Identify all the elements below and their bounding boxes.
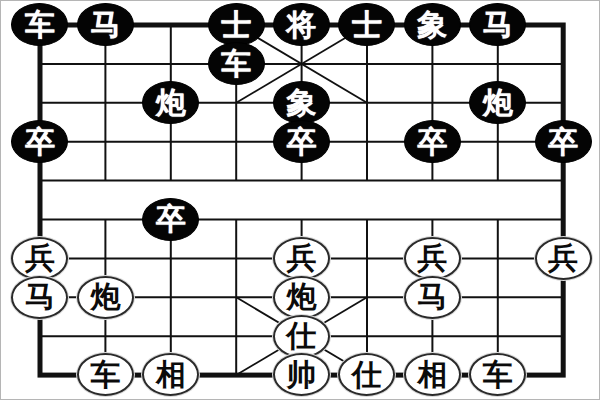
- piece-black-advisor[interactable]: 士: [208, 3, 265, 46]
- piece-red-chariot[interactable]: 车: [469, 353, 526, 396]
- piece-red-cannon[interactable]: 炮: [77, 276, 134, 319]
- piece-black-horse[interactable]: 马: [469, 3, 526, 46]
- piece-red-advisor[interactable]: 仕: [273, 315, 330, 358]
- piece-red-advisor[interactable]: 仕: [338, 353, 395, 396]
- piece-red-general[interactable]: 帅: [273, 353, 330, 396]
- piece-black-soldier[interactable]: 卒: [273, 120, 330, 163]
- piece-black-soldier[interactable]: 卒: [404, 120, 461, 163]
- piece-black-soldier[interactable]: 卒: [11, 120, 68, 163]
- piece-red-soldier[interactable]: 兵: [404, 237, 461, 280]
- piece-red-horse[interactable]: 马: [404, 276, 461, 319]
- piece-black-cannon[interactable]: 炮: [142, 81, 199, 124]
- piece-black-elephant[interactable]: 象: [273, 81, 330, 124]
- piece-black-soldier[interactable]: 卒: [142, 198, 199, 241]
- pieces-grid: 车马士将士象马车炮象炮卒卒卒卒卒兵兵兵兵马炮炮马仕车相帅仕相车: [7, 6, 596, 395]
- piece-red-chariot[interactable]: 车: [77, 353, 134, 396]
- piece-black-chariot[interactable]: 车: [208, 42, 265, 85]
- xiangqi-board: 车马士将士象马车炮象炮卒卒卒卒卒兵兵兵兵马炮炮马仕车相帅仕相车: [0, 0, 600, 400]
- piece-black-elephant[interactable]: 象: [404, 3, 461, 46]
- piece-red-soldier[interactable]: 兵: [273, 237, 330, 280]
- piece-red-horse[interactable]: 马: [11, 276, 68, 319]
- piece-red-cannon[interactable]: 炮: [273, 276, 330, 319]
- piece-red-soldier[interactable]: 兵: [535, 237, 592, 280]
- piece-black-advisor[interactable]: 士: [338, 3, 395, 46]
- piece-black-chariot[interactable]: 车: [11, 3, 68, 46]
- piece-red-elephant[interactable]: 相: [142, 353, 199, 396]
- piece-black-soldier[interactable]: 卒: [535, 120, 592, 163]
- piece-red-elephant[interactable]: 相: [404, 353, 461, 396]
- piece-red-soldier[interactable]: 兵: [11, 237, 68, 280]
- piece-black-horse[interactable]: 马: [77, 3, 134, 46]
- piece-black-cannon[interactable]: 炮: [469, 81, 526, 124]
- piece-black-general[interactable]: 将: [273, 3, 330, 46]
